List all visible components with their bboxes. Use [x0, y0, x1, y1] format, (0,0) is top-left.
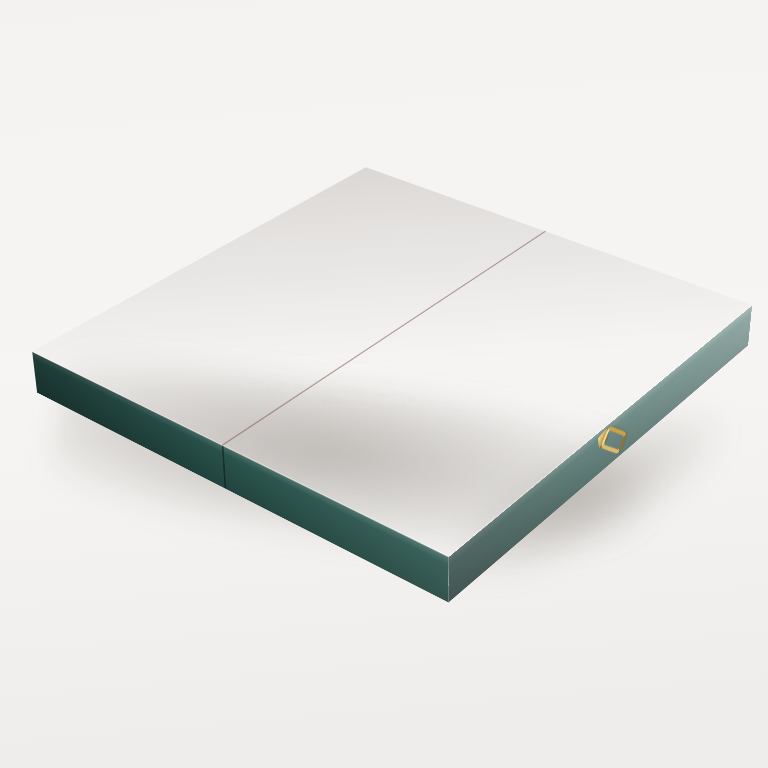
artist-signature [421, 557, 424, 575]
photo-backdrop [0, 0, 768, 768]
scene [0, 0, 768, 768]
chess-box [32, 168, 752, 557]
chess-board [32, 168, 752, 557]
fold-seam [222, 445, 226, 489]
gloss-highlight [32, 167, 752, 556]
fold-seam [222, 231, 546, 445]
